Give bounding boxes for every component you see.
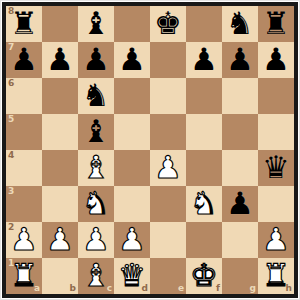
square-b6[interactable] <box>42 78 78 114</box>
rank-label-6: 6 <box>8 79 14 88</box>
square-h1[interactable]: ♜h <box>258 258 294 294</box>
square-b1[interactable]: b <box>42 258 78 294</box>
square-e1[interactable]: e <box>150 258 186 294</box>
square-d6[interactable] <box>114 78 150 114</box>
square-f1[interactable]: ♚f <box>186 258 222 294</box>
piece-black-king[interactable]: ♚ <box>154 8 182 39</box>
square-h4[interactable]: ♛ <box>258 150 294 186</box>
square-c1[interactable]: ♝c <box>78 258 114 294</box>
square-b7[interactable]: ♟ <box>42 42 78 78</box>
piece-black-pawn[interactable]: ♟ <box>226 44 254 75</box>
piece-white-pawn[interactable]: ♟ <box>154 152 182 183</box>
square-c5[interactable]: ♝ <box>78 114 114 150</box>
square-d1[interactable]: ♛d <box>114 258 150 294</box>
square-b2[interactable]: ♟ <box>42 222 78 258</box>
piece-black-knight[interactable]: ♞ <box>82 80 110 111</box>
square-a1[interactable]: ♜1a <box>6 258 42 294</box>
piece-white-knight[interactable]: ♞ <box>190 188 218 219</box>
piece-black-bishop[interactable]: ♝ <box>82 116 110 147</box>
square-d4[interactable] <box>114 150 150 186</box>
square-g5[interactable] <box>222 114 258 150</box>
piece-white-rook[interactable]: ♜ <box>10 260 38 291</box>
square-d2[interactable]: ♟ <box>114 222 150 258</box>
piece-white-knight[interactable]: ♞ <box>82 188 110 219</box>
board-frame: ♜8♝♚♞♜♟7♟♟♟♟♟♟6♞5♝4♝♟♛3♞♞♟♟2♟♟♟♟♜1ab♝c♛d… <box>2 2 298 298</box>
piece-white-bishop[interactable]: ♝ <box>82 152 110 183</box>
square-d5[interactable] <box>114 114 150 150</box>
square-a5[interactable]: 5 <box>6 114 42 150</box>
piece-black-pawn[interactable]: ♟ <box>262 44 290 75</box>
square-f3[interactable]: ♞ <box>186 186 222 222</box>
square-f2[interactable] <box>186 222 222 258</box>
square-f4[interactable] <box>186 150 222 186</box>
square-e8[interactable]: ♚ <box>150 6 186 42</box>
square-g2[interactable] <box>222 222 258 258</box>
square-d8[interactable] <box>114 6 150 42</box>
square-b4[interactable] <box>42 150 78 186</box>
piece-white-queen[interactable]: ♛ <box>118 260 146 291</box>
piece-black-pawn[interactable]: ♟ <box>82 44 110 75</box>
piece-white-pawn[interactable]: ♟ <box>10 224 38 255</box>
square-a2[interactable]: ♟2 <box>6 222 42 258</box>
piece-black-knight[interactable]: ♞ <box>226 8 254 39</box>
chess-diagram: ♜8♝♚♞♜♟7♟♟♟♟♟♟6♞5♝4♝♟♛3♞♞♟♟2♟♟♟♟♜1ab♝c♛d… <box>0 0 300 300</box>
piece-white-pawn[interactable]: ♟ <box>118 224 146 255</box>
square-f5[interactable] <box>186 114 222 150</box>
piece-black-rook[interactable]: ♜ <box>10 8 38 39</box>
piece-white-pawn[interactable]: ♟ <box>82 224 110 255</box>
piece-black-pawn[interactable]: ♟ <box>46 44 74 75</box>
square-f8[interactable] <box>186 6 222 42</box>
square-e4[interactable]: ♟ <box>150 150 186 186</box>
file-label-g: g <box>250 284 256 293</box>
square-c7[interactable]: ♟ <box>78 42 114 78</box>
file-label-b: b <box>70 284 76 293</box>
square-a7[interactable]: ♟7 <box>6 42 42 78</box>
square-h8[interactable]: ♜ <box>258 6 294 42</box>
square-h5[interactable] <box>258 114 294 150</box>
square-c4[interactable]: ♝ <box>78 150 114 186</box>
piece-black-bishop[interactable]: ♝ <box>82 8 110 39</box>
piece-black-pawn[interactable]: ♟ <box>10 44 38 75</box>
square-g8[interactable]: ♞ <box>222 6 258 42</box>
piece-black-pawn[interactable]: ♟ <box>190 44 218 75</box>
piece-black-pawn[interactable]: ♟ <box>118 44 146 75</box>
piece-white-rook[interactable]: ♜ <box>262 260 290 291</box>
chess-board: ♜8♝♚♞♜♟7♟♟♟♟♟♟6♞5♝4♝♟♛3♞♞♟♟2♟♟♟♟♜1ab♝c♛d… <box>6 6 294 294</box>
piece-black-queen[interactable]: ♛ <box>262 152 290 183</box>
square-a3[interactable]: 3 <box>6 186 42 222</box>
square-a4[interactable]: 4 <box>6 150 42 186</box>
square-a8[interactable]: ♜8 <box>6 6 42 42</box>
square-h6[interactable] <box>258 78 294 114</box>
square-e5[interactable] <box>150 114 186 150</box>
square-h7[interactable]: ♟ <box>258 42 294 78</box>
square-c6[interactable]: ♞ <box>78 78 114 114</box>
piece-white-pawn[interactable]: ♟ <box>262 224 290 255</box>
square-g6[interactable] <box>222 78 258 114</box>
square-e6[interactable] <box>150 78 186 114</box>
square-g3[interactable]: ♟ <box>222 186 258 222</box>
square-e7[interactable] <box>150 42 186 78</box>
piece-white-king[interactable]: ♚ <box>190 260 218 291</box>
square-g4[interactable] <box>222 150 258 186</box>
rank-label-3: 3 <box>8 187 14 196</box>
piece-black-pawn[interactable]: ♟ <box>226 188 254 219</box>
square-b8[interactable] <box>42 6 78 42</box>
rank-label-5: 5 <box>8 115 14 124</box>
piece-black-rook[interactable]: ♜ <box>262 8 290 39</box>
square-f6[interactable] <box>186 78 222 114</box>
rank-label-4: 4 <box>8 151 14 160</box>
square-f7[interactable]: ♟ <box>186 42 222 78</box>
square-g1[interactable]: g <box>222 258 258 294</box>
file-label-e: e <box>178 284 184 293</box>
square-h2[interactable]: ♟ <box>258 222 294 258</box>
piece-white-pawn[interactable]: ♟ <box>46 224 74 255</box>
piece-white-bishop[interactable]: ♝ <box>82 260 110 291</box>
square-c3[interactable]: ♞ <box>78 186 114 222</box>
square-e3[interactable] <box>150 186 186 222</box>
square-e2[interactable] <box>150 222 186 258</box>
square-d7[interactable]: ♟ <box>114 42 150 78</box>
square-c2[interactable]: ♟ <box>78 222 114 258</box>
square-c8[interactable]: ♝ <box>78 6 114 42</box>
square-b5[interactable] <box>42 114 78 150</box>
square-h3[interactable] <box>258 186 294 222</box>
square-d3[interactable] <box>114 186 150 222</box>
square-g7[interactable]: ♟ <box>222 42 258 78</box>
square-a6[interactable]: 6 <box>6 78 42 114</box>
square-b3[interactable] <box>42 186 78 222</box>
